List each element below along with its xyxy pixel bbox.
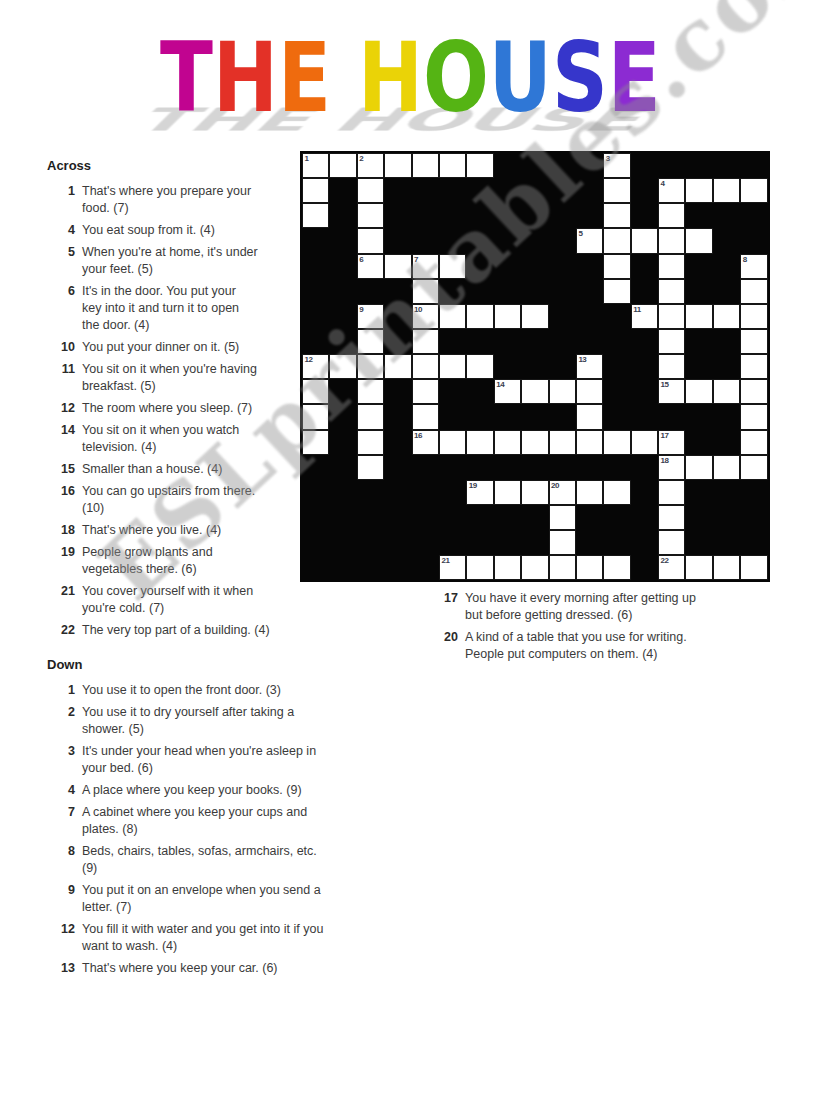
grid-cell-black (329, 480, 356, 505)
clue-text: It's under your head when you're asleep … (82, 743, 316, 777)
grid-cell-black (603, 354, 630, 379)
clue-text: A kind of a table that you use for writi… (465, 629, 687, 663)
grid-cell-black (329, 178, 356, 203)
grid-cell-black (439, 480, 466, 505)
grid-cell-black (412, 505, 439, 530)
grid-cell-white[interactable] (740, 379, 767, 404)
grid-cell-white[interactable] (439, 254, 466, 279)
grid-cell-black (521, 153, 548, 178)
grid-cell-white[interactable] (412, 329, 439, 354)
grid-cell-white[interactable]: 4 (658, 178, 685, 203)
grid-cell-white[interactable] (549, 530, 576, 555)
grid-cell-black (576, 505, 603, 530)
grid-cell-black (302, 254, 329, 279)
grid-cell-black (302, 329, 329, 354)
grid-cell-white[interactable] (302, 178, 329, 203)
clue-number: 8 (47, 843, 82, 877)
grid-cell-white[interactable] (603, 178, 630, 203)
grid-cell-black (329, 430, 356, 455)
grid-cell-white[interactable] (603, 228, 630, 253)
grid-cell-black (329, 555, 356, 580)
grid-cell-white[interactable] (603, 203, 630, 228)
cell-number: 16 (414, 431, 422, 440)
grid-cell-white[interactable] (494, 304, 521, 329)
grid-cell-black (466, 178, 493, 203)
grid-cell-black (384, 329, 411, 354)
grid-cell-black (603, 304, 630, 329)
grid-cell-black (713, 329, 740, 354)
across-clue-16: 16You can go upstairs from there. (10) (47, 483, 305, 517)
grid-cell-black (329, 455, 356, 480)
cell-number: 2 (359, 154, 363, 163)
grid-cell-white[interactable] (576, 379, 603, 404)
grid-cell-black (439, 228, 466, 253)
across-header: Across (47, 157, 305, 174)
title-letter: T (160, 21, 213, 134)
grid-cell-black (302, 555, 329, 580)
grid-cell-white[interactable] (384, 153, 411, 178)
grid-cell-black (466, 379, 493, 404)
grid-cell-white[interactable] (549, 379, 576, 404)
grid-cell-white[interactable] (713, 178, 740, 203)
grid-cell-white[interactable] (576, 404, 603, 429)
across-clue-list: 1That's where you prepare your food. (7)… (47, 183, 305, 639)
down-clue-20: 20A kind of a table that you use for wri… (430, 629, 765, 663)
grid-cell-black (357, 279, 384, 304)
grid-cell-white[interactable] (521, 430, 548, 455)
clue-text: Smaller than a house. (4) (82, 461, 222, 478)
title-letter: O (423, 21, 489, 134)
clue-number: 14 (47, 422, 82, 456)
grid-cell-black (302, 228, 329, 253)
grid-cell-black (384, 430, 411, 455)
grid-cell-black (631, 455, 658, 480)
cell-number: 5 (578, 229, 582, 238)
grid-cell-white[interactable] (412, 404, 439, 429)
grid-cell-white[interactable] (357, 203, 384, 228)
grid-cell-white[interactable] (302, 404, 329, 429)
grid-cell-black (412, 480, 439, 505)
clue-number: 4 (47, 222, 82, 239)
grid-cell-black (685, 279, 712, 304)
grid-cell-black (494, 530, 521, 555)
grid-cell-white[interactable] (685, 228, 712, 253)
grid-cell-white[interactable] (685, 304, 712, 329)
grid-cell-black (384, 203, 411, 228)
grid-cell-black (549, 304, 576, 329)
grid-cell-white[interactable] (740, 455, 767, 480)
grid-cell-black (302, 279, 329, 304)
grid-cell-black (521, 404, 548, 429)
grid-cell-black (329, 530, 356, 555)
grid-cell-black (329, 203, 356, 228)
grid-cell-white[interactable] (658, 480, 685, 505)
grid-cell-white[interactable] (412, 379, 439, 404)
grid-cell-white[interactable]: 2 (357, 153, 384, 178)
grid-cell-white[interactable] (713, 304, 740, 329)
grid-cell-white[interactable] (521, 480, 548, 505)
grid-cell-white[interactable] (302, 379, 329, 404)
grid-cell-black (329, 379, 356, 404)
grid-cell-white[interactable] (685, 455, 712, 480)
grid-cell-black (549, 404, 576, 429)
grid-cell-black (685, 505, 712, 530)
grid-cell-black (740, 153, 767, 178)
grid-cell-white[interactable] (302, 203, 329, 228)
grid-cell-white[interactable] (740, 430, 767, 455)
grid-cell-white[interactable]: 8 (740, 254, 767, 279)
grid-cell-white[interactable] (302, 430, 329, 455)
down-clue-3: 3It's under your head when you're asleep… (47, 743, 392, 777)
down-clue-1: 1You use it to open the front door. (3) (47, 682, 392, 699)
grid-cell-white[interactable] (713, 455, 740, 480)
grid-cell-white[interactable] (576, 555, 603, 580)
grid-cell-black (357, 530, 384, 555)
clue-text: People grow plants and vegetables there.… (82, 544, 213, 578)
grid-cell-white[interactable] (603, 430, 630, 455)
grid-cell-white[interactable] (713, 555, 740, 580)
cell-number: 10 (414, 305, 422, 314)
across-clue-21: 21You cover yourself with it when you're… (47, 583, 305, 617)
across-clue-4: 4You eat soup from it. (4) (47, 222, 305, 239)
across-clue-6: 6It's in the door. You put your key into… (47, 283, 305, 334)
grid-cell-black (576, 279, 603, 304)
grid-cell-white[interactable] (740, 329, 767, 354)
grid-cell-black (713, 254, 740, 279)
clue-number: 19 (47, 544, 82, 578)
grid-cell-black (631, 404, 658, 429)
grid-cell-black (603, 505, 630, 530)
across-clue-15: 15Smaller than a house. (4) (47, 461, 305, 478)
grid-cell-white[interactable]: 12 (302, 354, 329, 379)
grid-cell-white[interactable]: 5 (576, 228, 603, 253)
grid-cell-white[interactable] (549, 430, 576, 455)
grid-cell-black (384, 530, 411, 555)
grid-cell-white[interactable] (412, 354, 439, 379)
clue-number: 9 (47, 882, 82, 916)
grid-cell-black (631, 153, 658, 178)
grid-cell-white[interactable]: 7 (412, 254, 439, 279)
grid-cell-white[interactable] (658, 354, 685, 379)
cell-number: 6 (359, 255, 363, 264)
grid-cell-black (439, 279, 466, 304)
grid-cell-white[interactable] (740, 304, 767, 329)
grid-cell-black (713, 404, 740, 429)
grid-cell-black (302, 480, 329, 505)
grid-cell-white[interactable]: 19 (466, 480, 493, 505)
grid-cell-white[interactable] (740, 404, 767, 429)
grid-cell-white[interactable]: 14 (494, 379, 521, 404)
grid-cell-white[interactable] (439, 153, 466, 178)
grid-cell-black (439, 505, 466, 530)
grid-cell-white[interactable] (740, 178, 767, 203)
grid-cell-black (576, 178, 603, 203)
grid-cell-black (521, 254, 548, 279)
grid-cell-white[interactable] (740, 354, 767, 379)
clue-text: You put it on an envelope when you send … (82, 882, 321, 916)
grid-cell-black (357, 555, 384, 580)
grid-cell-white[interactable] (740, 279, 767, 304)
grid-cell-black (412, 530, 439, 555)
grid-cell-white[interactable]: 22 (658, 555, 685, 580)
grid-cell-black (329, 279, 356, 304)
grid-cell-white[interactable] (603, 254, 630, 279)
cell-number: 8 (743, 255, 747, 264)
grid-cell-white[interactable] (357, 178, 384, 203)
grid-cell-white[interactable]: 13 (576, 354, 603, 379)
cell-number: 21 (441, 556, 449, 565)
grid-cell-black (713, 354, 740, 379)
grid-cell-white[interactable]: 3 (603, 153, 630, 178)
grid-cell-black (521, 455, 548, 480)
grid-cell-white[interactable] (521, 555, 548, 580)
grid-cell-black (521, 178, 548, 203)
grid-cell-black (439, 329, 466, 354)
cell-number: 22 (661, 556, 669, 565)
grid-cell-black (384, 505, 411, 530)
grid-cell-white[interactable]: 18 (658, 455, 685, 480)
grid-cell-white[interactable] (658, 530, 685, 555)
grid-cell-black (576, 530, 603, 555)
grid-cell-white[interactable] (384, 354, 411, 379)
grid-cell-white[interactable] (658, 304, 685, 329)
across-clue-19: 19People grow plants and vegetables ther… (47, 544, 305, 578)
grid-cell-white[interactable] (357, 379, 384, 404)
grid-cell-black (603, 379, 630, 404)
grid-cell-white[interactable] (685, 178, 712, 203)
grid-cell-white[interactable] (357, 329, 384, 354)
grid-cell-white[interactable] (466, 555, 493, 580)
across-clue-5: 5When you're at home, it's under your fe… (47, 244, 305, 278)
grid-cell-black (549, 153, 576, 178)
grid-cell-black (466, 455, 493, 480)
down-section-continued: 17You have it every morning after gettin… (430, 590, 765, 668)
grid-cell-black (658, 153, 685, 178)
grid-cell-white[interactable] (466, 304, 493, 329)
clue-number: 4 (47, 782, 82, 799)
grid-cell-white[interactable]: 9 (357, 304, 384, 329)
grid-cell-white[interactable] (494, 430, 521, 455)
grid-cell-black (685, 354, 712, 379)
grid-cell-black (713, 203, 740, 228)
grid-cell-black (740, 480, 767, 505)
grid-cell-black (549, 178, 576, 203)
worksheet-page: THE HOUSE THE HOUSE Across 1That's where… (0, 0, 821, 1095)
clue-text: A cabinet where you keep your cups and p… (82, 804, 307, 838)
grid-cell-white[interactable] (357, 228, 384, 253)
grid-cell-white[interactable] (576, 430, 603, 455)
grid-cell-black (549, 228, 576, 253)
clue-text: The room where you sleep. (7) (82, 400, 252, 417)
clue-text: That's where you live. (4) (82, 522, 221, 539)
grid-cell-black (494, 354, 521, 379)
cell-number: 1 (305, 154, 309, 163)
clue-number: 7 (47, 804, 82, 838)
grid-cell-black (631, 329, 658, 354)
across-clue-1: 1That's where you prepare your food. (7) (47, 183, 305, 217)
grid-cell-black (466, 203, 493, 228)
cell-number: 17 (661, 431, 669, 440)
grid-cell-white[interactable]: 1 (302, 153, 329, 178)
grid-cell-black (685, 254, 712, 279)
grid-cell-black (439, 530, 466, 555)
grid-cell-white[interactable] (658, 505, 685, 530)
grid-cell-white[interactable] (631, 430, 658, 455)
grid-cell-black (357, 505, 384, 530)
grid-cell-black (631, 254, 658, 279)
grid-cell-white[interactable]: 6 (357, 254, 384, 279)
grid-cell-white[interactable] (631, 228, 658, 253)
grid-cell-black (412, 203, 439, 228)
grid-cell-white[interactable] (603, 279, 630, 304)
grid-cell-white[interactable] (466, 354, 493, 379)
grid-cell-white[interactable] (329, 153, 356, 178)
grid-cell-white[interactable] (549, 505, 576, 530)
grid-cell-white[interactable] (357, 430, 384, 455)
down-section: Down 1You use it to open the front door.… (47, 656, 392, 982)
cell-number: 14 (496, 380, 504, 389)
grid-cell-white[interactable] (412, 153, 439, 178)
grid-cell-black (713, 228, 740, 253)
grid-cell-black (603, 530, 630, 555)
grid-cell-black (439, 203, 466, 228)
grid-cell-white[interactable] (658, 329, 685, 354)
grid-cell-black (685, 480, 712, 505)
grid-cell-black (631, 178, 658, 203)
down-continued-clue-list: 17You have it every morning after gettin… (430, 590, 765, 663)
grid-cell-white[interactable] (658, 228, 685, 253)
grid-cell-black (549, 203, 576, 228)
grid-cell-black (740, 530, 767, 555)
grid-cell-white[interactable] (357, 354, 384, 379)
across-clue-12: 12The room where you sleep. (7) (47, 400, 305, 417)
grid-cell-black (521, 354, 548, 379)
down-clue-2: 2You use it to dry yourself after taking… (47, 704, 392, 738)
grid-cell-black (740, 228, 767, 253)
grid-cell-white[interactable] (685, 379, 712, 404)
grid-cell-white[interactable] (439, 354, 466, 379)
grid-cell-white[interactable] (494, 480, 521, 505)
title-letter: E (278, 21, 331, 134)
grid-cell-white[interactable] (658, 254, 685, 279)
down-clue-13: 13That's where you keep your car. (6) (47, 960, 392, 977)
grid-cell-black (384, 379, 411, 404)
clue-text: The very top part of a building. (4) (82, 622, 270, 639)
grid-cell-black (412, 455, 439, 480)
crossword-grid[interactable]: 12345678910111213141516171819202122 (300, 151, 770, 582)
down-clue-7: 7A cabinet where you keep your cups and … (47, 804, 392, 838)
grid-cell-white[interactable]: 10 (412, 304, 439, 329)
title-letter: S (552, 21, 608, 134)
grid-cell-white[interactable] (685, 555, 712, 580)
grid-cell-white[interactable] (412, 279, 439, 304)
down-header: Down (47, 656, 392, 673)
grid-cell-white[interactable] (740, 555, 767, 580)
grid-cell-white[interactable] (466, 153, 493, 178)
cell-number: 4 (661, 179, 665, 188)
grid-cell-white[interactable] (439, 430, 466, 455)
grid-cell-white[interactable] (466, 430, 493, 455)
grid-cell-black (549, 279, 576, 304)
cell-number: 7 (414, 255, 418, 264)
grid-cell-black (631, 203, 658, 228)
grid-cell-black (329, 329, 356, 354)
cell-number: 20 (551, 481, 559, 490)
grid-cell-white[interactable]: 15 (658, 379, 685, 404)
grid-cell-white[interactable]: 20 (549, 480, 576, 505)
grid-cell-white[interactable] (521, 379, 548, 404)
grid-cell-black (576, 455, 603, 480)
clue-number: 6 (47, 283, 82, 334)
grid-cell-black (384, 404, 411, 429)
grid-cell-white[interactable] (713, 379, 740, 404)
grid-cell-black (521, 228, 548, 253)
grid-cell-white[interactable] (384, 254, 411, 279)
grid-cell-black (466, 279, 493, 304)
grid-cell-black (685, 153, 712, 178)
clue-text: Beds, chairs, tables, sofas, armchairs, … (82, 843, 317, 877)
grid-cell-white[interactable]: 21 (439, 555, 466, 580)
grid-cell-white[interactable] (357, 404, 384, 429)
grid-cell-black (302, 530, 329, 555)
grid-cell-black (412, 555, 439, 580)
cell-number: 9 (359, 305, 363, 314)
grid-cell-black (412, 228, 439, 253)
down-clue-8: 8Beds, chairs, tables, sofas, armchairs,… (47, 843, 392, 877)
cell-number: 11 (633, 305, 640, 314)
grid-cell-white[interactable] (494, 555, 521, 580)
clue-text: That's where you keep your car. (6) (82, 960, 278, 977)
clue-text: You have it every morning after getting … (465, 590, 696, 624)
grid-cell-black (384, 304, 411, 329)
grid-cell-white[interactable] (329, 354, 356, 379)
grid-cell-white[interactable] (658, 279, 685, 304)
grid-cell-white[interactable] (439, 304, 466, 329)
grid-cell-black (576, 329, 603, 354)
grid-cell-white[interactable]: 11 (631, 304, 658, 329)
grid-cell-black (631, 555, 658, 580)
grid-cell-black (576, 203, 603, 228)
grid-cell-white[interactable] (576, 480, 603, 505)
grid-cell-white[interactable] (357, 455, 384, 480)
clue-text: You sit on it when you watch television.… (82, 422, 239, 456)
grid-cell-black (329, 404, 356, 429)
cell-number: 18 (661, 456, 669, 465)
grid-cell-white[interactable] (549, 555, 576, 580)
grid-cell-white[interactable]: 16 (412, 430, 439, 455)
clue-number: 17 (430, 590, 465, 624)
grid-cell-white[interactable] (658, 203, 685, 228)
grid-cell-white[interactable] (603, 555, 630, 580)
grid-cell-white[interactable] (521, 304, 548, 329)
cell-number: 12 (305, 355, 313, 364)
grid-cell-black (658, 404, 685, 429)
grid-cell-black (740, 203, 767, 228)
clue-number: 15 (47, 461, 82, 478)
grid-cell-black (302, 455, 329, 480)
grid-cell-white[interactable] (603, 480, 630, 505)
grid-cell-black (494, 404, 521, 429)
grid-cell-black (631, 354, 658, 379)
clue-text: When you're at home, it's under your fee… (82, 244, 258, 278)
grid-cell-black (302, 505, 329, 530)
grid-cell-white[interactable]: 17 (658, 430, 685, 455)
title-letter (331, 21, 358, 134)
clue-number: 1 (47, 183, 82, 217)
grid-cell-black (549, 354, 576, 379)
across-clue-11: 11You sit on it when you're having break… (47, 361, 305, 395)
grid-cell-black (685, 203, 712, 228)
